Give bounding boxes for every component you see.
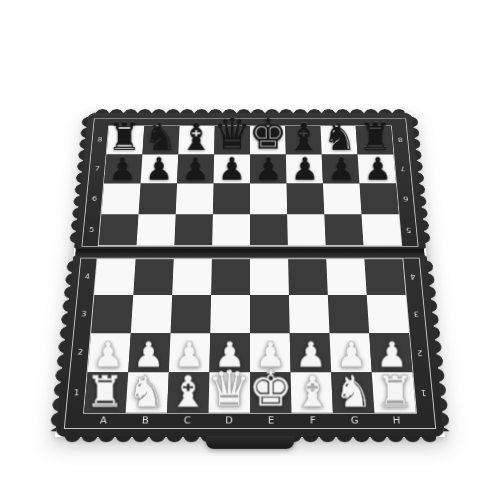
square-a6[interactable]: [101, 183, 140, 213]
square-e3[interactable]: [250, 295, 290, 333]
black-queen-d8[interactable]: ♛: [213, 115, 251, 153]
inset-line-bottom-half: 4321 4321 ♟♟♟♟♟♟♟♟♜♞♝♛♚♝♞♜ ABCDEFGH: [64, 258, 436, 429]
white-rook-a1[interactable]: ♜: [85, 373, 124, 412]
square-f1[interactable]: ♝: [291, 372, 333, 413]
black-king-e8[interactable]: ♚: [249, 115, 287, 153]
square-b1[interactable]: ♞: [126, 372, 169, 413]
square-e6[interactable]: [250, 183, 287, 213]
square-e4[interactable]: [250, 259, 289, 295]
white-rook-h1[interactable]: ♜: [376, 373, 415, 412]
black-knight-g8[interactable]: ♞: [323, 120, 357, 154]
square-h1[interactable]: ♜: [372, 372, 416, 413]
white-queen-d1[interactable]: ♛: [207, 368, 251, 412]
board-grid-ranks-8-to-5: ♜♞♝♛♚♝♞♜♟♟♟♟♟♟♟♟: [98, 125, 403, 246]
square-e5[interactable]: [250, 214, 288, 245]
square-g3[interactable]: [328, 295, 369, 333]
black-pawn-g7[interactable]: ♟: [327, 155, 355, 183]
black-pawn-h7[interactable]: ♟: [364, 155, 392, 183]
square-a7[interactable]: ♟: [104, 154, 142, 183]
hinge-seam: [75, 248, 425, 256]
rank-label: 2: [410, 333, 430, 373]
file-label: E: [250, 414, 292, 428]
square-c7[interactable]: ♟: [177, 154, 214, 183]
black-pawn-d7[interactable]: ♟: [218, 155, 246, 183]
file-label: H: [375, 414, 418, 428]
rank-label: 6: [397, 183, 415, 214]
square-a5[interactable]: [99, 214, 139, 245]
square-b7[interactable]: ♟: [141, 154, 179, 183]
square-h7[interactable]: ♟: [358, 154, 396, 183]
file-label: G: [333, 414, 376, 428]
square-d7[interactable]: ♟: [214, 154, 250, 183]
white-bishop-c1[interactable]: ♝: [168, 373, 207, 412]
square-f5[interactable]: [287, 214, 326, 245]
square-e7[interactable]: ♟: [250, 154, 286, 183]
square-c6[interactable]: [176, 183, 214, 213]
white-knight-g1[interactable]: ♞: [334, 373, 373, 412]
square-h6[interactable]: [359, 183, 398, 213]
rank-label: 1: [413, 372, 433, 413]
black-rook-a8[interactable]: ♜: [108, 120, 142, 154]
file-label: B: [124, 414, 167, 428]
square-c3[interactable]: [171, 295, 212, 333]
square-a4[interactable]: [94, 259, 135, 295]
square-b4[interactable]: [133, 259, 173, 295]
black-pawn-c7[interactable]: ♟: [181, 155, 209, 183]
square-a3[interactable]: [91, 295, 133, 333]
file-label: C: [166, 414, 208, 428]
black-pawn-e7[interactable]: ♟: [254, 155, 282, 183]
rank-label: 7: [394, 154, 411, 184]
board-half-bottom: 4321 4321 ♟♟♟♟♟♟♟♟♜♞♝♛♚♝♞♜ ABCDEFGH: [55, 256, 445, 437]
rank-label: 8: [392, 125, 409, 154]
chess-board: 8765 8765 ♜♞♝♛♚♝♞♜♟♟♟♟♟♟♟♟ 4321 4321 ♟♟♟…: [55, 113, 445, 437]
square-f3[interactable]: [289, 295, 330, 333]
black-bishop-c8[interactable]: ♝: [179, 120, 213, 154]
inset-line-top-half: 8765 8765 ♜♞♝♛♚♝♞♜♟♟♟♟♟♟♟♟: [81, 118, 418, 246]
square-c4[interactable]: [172, 259, 212, 295]
black-rook-h8[interactable]: ♜: [359, 120, 393, 154]
square-f4[interactable]: [288, 259, 328, 295]
product-photo: 8765 8765 ♜♞♝♛♚♝♞♜♟♟♟♟♟♟♟♟ 4321 4321 ♟♟♟…: [0, 0, 500, 500]
square-e1[interactable]: ♚: [250, 372, 291, 413]
square-b3[interactable]: [131, 295, 172, 333]
board-scene: 8765 8765 ♜♞♝♛♚♝♞♜♟♟♟♟♟♟♟♟ 4321 4321 ♟♟♟…: [55, 7, 445, 437]
square-b5[interactable]: [137, 214, 176, 245]
square-d5[interactable]: [212, 214, 250, 245]
black-bishop-f8[interactable]: ♝: [287, 120, 321, 154]
file-label: A: [82, 414, 125, 428]
file-labels-row: ABCDEFGH: [82, 414, 418, 428]
rank-label: 5: [399, 214, 417, 246]
square-b6[interactable]: [139, 183, 177, 213]
rank-label: 3: [407, 295, 426, 333]
square-c5[interactable]: [174, 214, 213, 245]
file-label: F: [292, 414, 334, 428]
black-pawn-a7[interactable]: ♟: [108, 155, 136, 183]
square-a1[interactable]: ♜: [84, 372, 128, 413]
square-g6[interactable]: [323, 183, 361, 213]
square-g5[interactable]: [324, 214, 363, 245]
square-c1[interactable]: ♝: [167, 372, 209, 413]
black-knight-b8[interactable]: ♞: [144, 120, 178, 154]
black-pawn-b7[interactable]: ♟: [145, 155, 173, 183]
square-f6[interactable]: [286, 183, 324, 213]
clasp-tab: [206, 436, 295, 449]
rank-label: 4: [403, 259, 422, 295]
white-knight-b1[interactable]: ♞: [127, 373, 166, 412]
square-g7[interactable]: ♟: [322, 154, 360, 183]
square-d3[interactable]: [210, 295, 250, 333]
square-d4[interactable]: [211, 259, 250, 295]
square-g1[interactable]: ♞: [331, 372, 374, 413]
square-h3[interactable]: [367, 295, 409, 333]
file-label: D: [208, 414, 250, 428]
black-pawn-f7[interactable]: ♟: [291, 155, 319, 183]
square-d1[interactable]: ♛: [209, 372, 250, 413]
white-bishop-f1[interactable]: ♝: [293, 373, 332, 412]
square-h5[interactable]: [361, 214, 401, 245]
square-g4[interactable]: [326, 259, 366, 295]
board-grid-ranks-4-to-1: ♟♟♟♟♟♟♟♟♜♞♝♛♚♝♞♜: [83, 259, 417, 414]
square-f7[interactable]: ♟: [286, 154, 323, 183]
square-h4[interactable]: [364, 259, 405, 295]
square-d6[interactable]: [213, 183, 250, 213]
board-half-top: 8765 8765 ♜♞♝♛♚♝♞♜♟♟♟♟♟♟♟♟: [74, 113, 426, 249]
white-king-e1[interactable]: ♚: [249, 368, 293, 412]
